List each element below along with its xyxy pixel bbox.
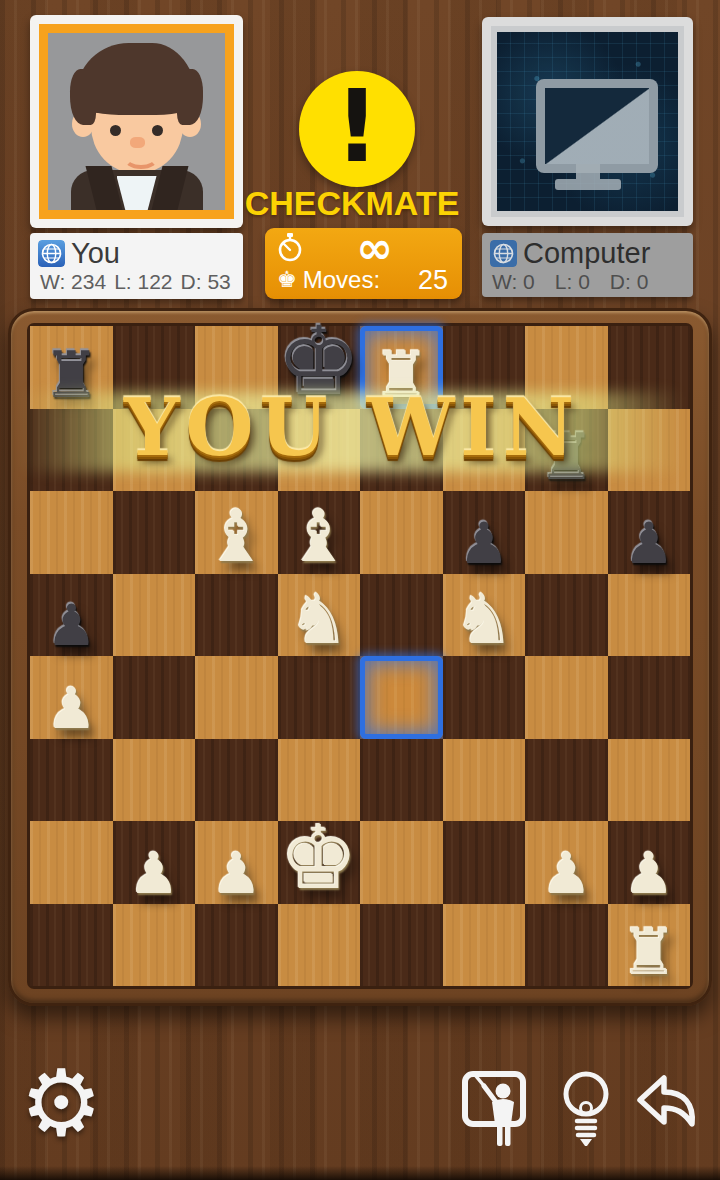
square-f1[interactable]	[443, 904, 526, 987]
square-a6[interactable]	[30, 491, 113, 574]
white-bishop-d6: ♝	[286, 500, 351, 572]
computer-avatar	[491, 26, 684, 217]
stopwatch-icon	[277, 233, 303, 263]
square-g2[interactable]: ♟	[525, 821, 608, 904]
square-d4[interactable]	[278, 656, 361, 739]
square-d3[interactable]	[278, 739, 361, 822]
square-c1[interactable]	[195, 904, 278, 987]
square-b5[interactable]	[113, 574, 196, 657]
settings-button[interactable]: ⚙	[20, 1058, 102, 1150]
square-d5[interactable]: ♞	[278, 574, 361, 657]
moves-label: Moves:	[303, 266, 380, 294]
player-stats: W: 234 L: 122 D: 53	[38, 270, 235, 294]
square-f3[interactable]	[443, 739, 526, 822]
square-c2[interactable]: ♟	[195, 821, 278, 904]
computer-stats: W: 0 L: 0 D: 0	[490, 270, 685, 294]
globe-icon	[38, 240, 65, 267]
moves-bar: ∞ ♚ Moves: 25	[265, 228, 462, 299]
square-d2[interactable]: ♚	[278, 821, 361, 904]
square-d6[interactable]: ♝	[278, 491, 361, 574]
square-f5[interactable]: ♞	[443, 574, 526, 657]
square-f6[interactable]: ♟	[443, 491, 526, 574]
square-g5[interactable]	[525, 574, 608, 657]
teacher-icon	[462, 1068, 528, 1150]
win-banner: YOU WIN	[0, 382, 704, 473]
screen-bottom-shadow	[0, 1166, 720, 1180]
square-g1[interactable]	[525, 904, 608, 987]
white-pawn-b2: ♟	[128, 845, 179, 902]
white-pawn-g2: ♟	[541, 845, 592, 902]
black-pawn-a5: ♟	[46, 597, 97, 654]
square-e4[interactable]	[360, 656, 443, 739]
tutorial-button[interactable]	[462, 1068, 528, 1150]
square-a5[interactable]: ♟	[30, 574, 113, 657]
hint-button[interactable]	[558, 1068, 614, 1150]
square-h3[interactable]	[608, 739, 691, 822]
square-b1[interactable]	[113, 904, 196, 987]
square-c6[interactable]: ♝	[195, 491, 278, 574]
computer-photo-card	[482, 17, 693, 226]
moves-count: 25	[386, 265, 452, 296]
player-wins: W: 234	[40, 270, 106, 294]
gear-icon: ⚙	[20, 1050, 102, 1157]
undo-arrow-icon	[634, 1072, 700, 1142]
square-g4[interactable]	[525, 656, 608, 739]
game-screen: ! CHECKMATE You W: 234	[0, 0, 720, 1180]
white-knight-d5: ♞	[288, 585, 350, 654]
square-d1[interactable]	[278, 904, 361, 987]
square-a2[interactable]	[30, 821, 113, 904]
square-e5[interactable]	[360, 574, 443, 657]
square-a1[interactable]	[30, 904, 113, 987]
exclamation-mark: !	[334, 77, 380, 177]
lightbulb-icon	[558, 1068, 614, 1150]
square-b6[interactable]	[113, 491, 196, 574]
computer-draws: D: 0	[610, 270, 649, 294]
computer-name: Computer	[523, 237, 650, 270]
square-c5[interactable]	[195, 574, 278, 657]
square-e2[interactable]	[360, 821, 443, 904]
white-knight-f5: ♞	[453, 585, 515, 654]
square-h1[interactable]: ♜	[608, 904, 691, 987]
square-e1[interactable]	[360, 904, 443, 987]
white-pawn-c2: ♟	[211, 845, 262, 902]
globe-icon	[490, 240, 517, 267]
player-name: You	[71, 237, 120, 270]
alert-icon: !	[299, 71, 415, 187]
black-pawn-f6: ♟	[458, 515, 509, 572]
square-b4[interactable]	[113, 656, 196, 739]
square-g3[interactable]	[525, 739, 608, 822]
square-h4[interactable]	[608, 656, 691, 739]
computer-name-bar: Computer W: 0 L: 0 D: 0	[482, 233, 693, 297]
infinite-time-symbol: ∞	[303, 233, 452, 263]
player-losses: L: 122	[114, 270, 172, 294]
computer-losses: L: 0	[555, 270, 590, 294]
square-e6[interactable]	[360, 491, 443, 574]
square-h6[interactable]: ♟	[608, 491, 691, 574]
black-pawn-h6: ♟	[623, 515, 674, 572]
square-f2[interactable]	[443, 821, 526, 904]
square-b2[interactable]: ♟	[113, 821, 196, 904]
square-c4[interactable]	[195, 656, 278, 739]
square-f4[interactable]	[443, 656, 526, 739]
square-a4[interactable]: ♟	[30, 656, 113, 739]
square-b3[interactable]	[113, 739, 196, 822]
player-name-bar: You W: 234 L: 122 D: 53	[30, 233, 243, 299]
square-e3[interactable]	[360, 739, 443, 822]
white-rook-h1: ♜	[620, 920, 677, 984]
monitor-icon	[536, 79, 658, 173]
square-g6[interactable]	[525, 491, 608, 574]
white-pawn-h2: ♟	[623, 845, 674, 902]
square-h2[interactable]: ♟	[608, 821, 691, 904]
square-c3[interactable]	[195, 739, 278, 822]
square-h5[interactable]	[608, 574, 691, 657]
white-pawn-a4: ♟	[46, 680, 97, 737]
player-draws: D: 53	[181, 270, 231, 294]
undo-button[interactable]	[634, 1072, 700, 1142]
white-bishop-c6: ♝	[204, 500, 269, 572]
king-icon: ♚	[277, 269, 297, 291]
white-king-d2: ♚	[279, 814, 358, 902]
checkmate-label: CHECKMATE	[177, 184, 527, 223]
computer-wins: W: 0	[492, 270, 535, 294]
square-a3[interactable]	[30, 739, 113, 822]
